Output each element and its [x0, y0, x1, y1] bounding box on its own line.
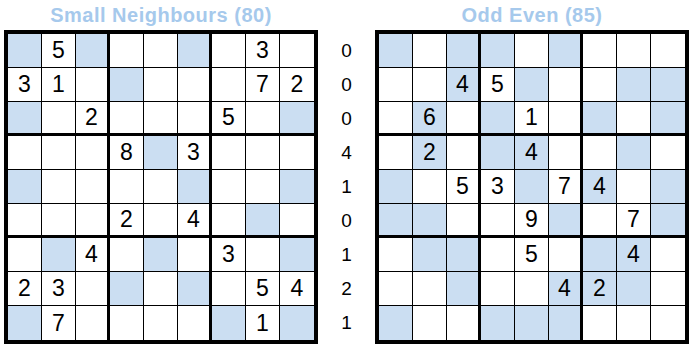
- small-neighbours-cell-r6c8[interactable]: [246, 204, 280, 238]
- odd-even-cell-r9c4[interactable]: [481, 306, 515, 340]
- odd-even-cell-r7c3[interactable]: [447, 238, 481, 272]
- small-neighbours-cell-r2c4[interactable]: [110, 68, 144, 102]
- small-neighbours-cell-r8c1[interactable]: 2: [8, 272, 42, 306]
- odd-even-cell-r4c4[interactable]: [481, 136, 515, 170]
- small-neighbours-cell-r7c6[interactable]: [178, 238, 212, 272]
- small-neighbours-cell-r5c4[interactable]: [110, 170, 144, 204]
- small-neighbours-cell-r3c8[interactable]: [246, 102, 280, 136]
- small-neighbours-cell-r4c4[interactable]: 8: [110, 136, 144, 170]
- odd-even-cell-r8c6[interactable]: 4: [549, 272, 583, 306]
- odd-even-cell-r8c8[interactable]: [617, 272, 651, 306]
- small-neighbours-cell-r2c9[interactable]: 2: [280, 68, 314, 102]
- small-neighbours-cell-r1c8[interactable]: 3: [246, 34, 280, 68]
- odd-even-cell-r5c8[interactable]: [617, 170, 651, 204]
- small-neighbours-cell-r8c7[interactable]: [212, 272, 246, 306]
- small-neighbours-cell-r6c1[interactable]: [8, 204, 42, 238]
- row-clues-column: 000410121: [318, 0, 375, 340]
- odd-even-cell-r2c8[interactable]: [617, 68, 651, 102]
- sudoku-variants-page: Small Neighbours (80) 533172258324432354…: [0, 0, 691, 346]
- small-neighbours-cell-r1c1[interactable]: [8, 34, 42, 68]
- odd-even-cell-r5c7[interactable]: 4: [583, 170, 617, 204]
- odd-even-cell-r4c1[interactable]: [379, 136, 413, 170]
- odd-even-cell-r1c5[interactable]: [515, 34, 549, 68]
- small-neighbours-cell-r2c3[interactable]: [76, 68, 110, 102]
- row-clue-2: 0: [318, 68, 375, 102]
- odd-even-cell-r2c6[interactable]: [549, 68, 583, 102]
- small-neighbours-cell-r7c2[interactable]: [42, 238, 76, 272]
- small-neighbours-cell-r7c3[interactable]: 4: [76, 238, 110, 272]
- odd-even-cell-r6c4[interactable]: [481, 204, 515, 238]
- odd-even-cell-r4c3[interactable]: [447, 136, 481, 170]
- odd-even-cell-r8c7[interactable]: 2: [583, 272, 617, 306]
- odd-even-cell-r9c8[interactable]: [617, 306, 651, 340]
- small-neighbours-cell-r4c7[interactable]: [212, 136, 246, 170]
- small-neighbours-cell-r9c2[interactable]: 7: [42, 306, 76, 340]
- odd-even-cell-r7c8[interactable]: 4: [617, 238, 651, 272]
- odd-even-cell-r1c3[interactable]: [447, 34, 481, 68]
- odd-even-cell-r6c2[interactable]: [413, 204, 447, 238]
- odd-even-cell-r5c6[interactable]: 7: [549, 170, 583, 204]
- small-neighbours-cell-r1c6[interactable]: [178, 34, 212, 68]
- small-neighbours-cell-r7c7[interactable]: 3: [212, 238, 246, 272]
- odd-even-cell-r9c2[interactable]: [413, 306, 447, 340]
- small-neighbours-cell-r5c6[interactable]: [178, 170, 212, 204]
- odd-even-cell-r1c9[interactable]: [651, 34, 685, 68]
- small-neighbours-cell-r6c2[interactable]: [42, 204, 76, 238]
- small-neighbours-cell-r3c5[interactable]: [144, 102, 178, 136]
- odd-even-cell-r3c2[interactable]: 6: [413, 102, 447, 136]
- small-neighbours-cell-r6c9[interactable]: [280, 204, 314, 238]
- odd-even-cell-r7c9[interactable]: [651, 238, 685, 272]
- odd-even-cell-r4c9[interactable]: [651, 136, 685, 170]
- small-neighbours-cell-r5c7[interactable]: [212, 170, 246, 204]
- small-neighbours-cell-r5c9[interactable]: [280, 170, 314, 204]
- odd-even-cell-r4c7[interactable]: [583, 136, 617, 170]
- small-neighbours-cell-r3c6[interactable]: [178, 102, 212, 136]
- odd-even-cell-r4c6[interactable]: [549, 136, 583, 170]
- odd-even-cell-r2c9[interactable]: [651, 68, 685, 102]
- odd-even-cell-r1c8[interactable]: [617, 34, 651, 68]
- odd-even-cell-r9c7[interactable]: [583, 306, 617, 340]
- odd-even-cell-r5c2[interactable]: [413, 170, 447, 204]
- odd-even-cell-r9c6[interactable]: [549, 306, 583, 340]
- small-neighbours-cell-r3c4[interactable]: [110, 102, 144, 136]
- small-neighbours-cell-r8c2[interactable]: 3: [42, 272, 76, 306]
- row-clue-1: 0: [318, 34, 375, 68]
- small-neighbours-cell-r9c7[interactable]: [212, 306, 246, 340]
- odd-even-cell-r5c9[interactable]: [651, 170, 685, 204]
- small-neighbours-cell-r2c7[interactable]: [212, 68, 246, 102]
- odd-even-cell-r4c5[interactable]: 4: [515, 136, 549, 170]
- small-neighbours-cell-r9c5[interactable]: [144, 306, 178, 340]
- small-neighbours-cell-r5c5[interactable]: [144, 170, 178, 204]
- small-neighbours-cell-r4c8[interactable]: [246, 136, 280, 170]
- small-neighbours-cell-r3c2[interactable]: [42, 102, 76, 136]
- odd-even-cell-r6c8[interactable]: 7: [617, 204, 651, 238]
- small-neighbours-cell-r5c8[interactable]: [246, 170, 280, 204]
- small-neighbours-cell-r5c1[interactable]: [8, 170, 42, 204]
- odd-even-cell-r3c3[interactable]: [447, 102, 481, 136]
- small-neighbours-cell-r7c4[interactable]: [110, 238, 144, 272]
- small-neighbours-cell-r4c9[interactable]: [280, 136, 314, 170]
- small-neighbours-cell-r9c3[interactable]: [76, 306, 110, 340]
- odd-even-cell-r5c1[interactable]: [379, 170, 413, 204]
- small-neighbours-cell-r1c9[interactable]: [280, 34, 314, 68]
- small-neighbours-cell-r8c5[interactable]: [144, 272, 178, 306]
- odd-even-cell-r8c9[interactable]: [651, 272, 685, 306]
- small-neighbours-cell-r2c8[interactable]: 7: [246, 68, 280, 102]
- small-neighbours-cell-r2c1[interactable]: 3: [8, 68, 42, 102]
- odd-even-cell-r2c3[interactable]: 4: [447, 68, 481, 102]
- row-clue-6: 0: [318, 204, 375, 238]
- small-neighbours-cell-r7c1[interactable]: [8, 238, 42, 272]
- odd-even-cell-r3c9[interactable]: [651, 102, 685, 136]
- odd-even-cell-r3c5[interactable]: 1: [515, 102, 549, 136]
- odd-even-cell-r1c7[interactable]: [583, 34, 617, 68]
- odd-even-cell-r3c6[interactable]: [549, 102, 583, 136]
- row-clue-4: 4: [318, 136, 375, 170]
- odd-even-cell-r8c5[interactable]: [515, 272, 549, 306]
- sudoku-board-odd-even: 4561245374975442: [375, 30, 689, 344]
- odd-even-cell-r6c5[interactable]: 9: [515, 204, 549, 238]
- small-neighbours-cell-r4c2[interactable]: [42, 136, 76, 170]
- small-neighbours-cell-r1c4[interactable]: [110, 34, 144, 68]
- odd-even-cell-r6c9[interactable]: [651, 204, 685, 238]
- small-neighbours-cell-r6c3[interactable]: [76, 204, 110, 238]
- odd-even-cell-r1c1[interactable]: [379, 34, 413, 68]
- small-neighbours-cell-r4c5[interactable]: [144, 136, 178, 170]
- row-clue-8: 2: [318, 272, 375, 306]
- odd-even-cell-r5c4[interactable]: 3: [481, 170, 515, 204]
- puzzle-odd-even: Odd Even (85) 4561245374975442: [375, 0, 689, 344]
- odd-even-cell-r1c6[interactable]: [549, 34, 583, 68]
- odd-even-cell-r6c1[interactable]: [379, 204, 413, 238]
- sudoku-board-small-neighbours: 53317225832443235471: [4, 30, 318, 344]
- puzzle-title-odd-even: Odd Even (85): [375, 0, 689, 30]
- odd-even-cell-r6c3[interactable]: [447, 204, 481, 238]
- row-clue-7: 1: [318, 238, 375, 272]
- puzzle-small-neighbours: Small Neighbours (80) 533172258324432354…: [4, 0, 318, 344]
- row-clue-5: 1: [318, 170, 375, 204]
- odd-even-cell-r5c3[interactable]: 5: [447, 170, 481, 204]
- small-neighbours-cell-r6c7[interactable]: [212, 204, 246, 238]
- odd-even-cell-r6c6[interactable]: [549, 204, 583, 238]
- small-neighbours-cell-r2c2[interactable]: 1: [42, 68, 76, 102]
- odd-even-cell-r2c7[interactable]: [583, 68, 617, 102]
- row-clue-9: 1: [318, 306, 375, 340]
- small-neighbours-cell-r9c6[interactable]: [178, 306, 212, 340]
- odd-even-cell-r2c4[interactable]: 5: [481, 68, 515, 102]
- small-neighbours-cell-r4c3[interactable]: [76, 136, 110, 170]
- odd-even-cell-r1c4[interactable]: [481, 34, 515, 68]
- odd-even-cell-r7c5[interactable]: 5: [515, 238, 549, 272]
- odd-even-cell-r3c1[interactable]: [379, 102, 413, 136]
- small-neighbours-cell-r3c1[interactable]: [8, 102, 42, 136]
- small-neighbours-cell-r8c6[interactable]: [178, 272, 212, 306]
- odd-even-cell-r5c5[interactable]: [515, 170, 549, 204]
- row-clue-3: 0: [318, 102, 375, 136]
- small-neighbours-cell-r2c5[interactable]: [144, 68, 178, 102]
- odd-even-cell-r9c3[interactable]: [447, 306, 481, 340]
- small-neighbours-cell-r8c9[interactable]: 4: [280, 272, 314, 306]
- small-neighbours-cell-r5c3[interactable]: [76, 170, 110, 204]
- odd-even-cell-r7c1[interactable]: [379, 238, 413, 272]
- small-neighbours-cell-r8c8[interactable]: 5: [246, 272, 280, 306]
- small-neighbours-cell-r9c9[interactable]: [280, 306, 314, 340]
- small-neighbours-cell-r7c8[interactable]: [246, 238, 280, 272]
- small-neighbours-cell-r6c4[interactable]: 2: [110, 204, 144, 238]
- small-neighbours-cell-r3c7[interactable]: 5: [212, 102, 246, 136]
- odd-even-cell-r7c6[interactable]: [549, 238, 583, 272]
- odd-even-cell-r9c5[interactable]: [515, 306, 549, 340]
- small-neighbours-cell-r7c9[interactable]: [280, 238, 314, 272]
- odd-even-cell-r9c1[interactable]: [379, 306, 413, 340]
- small-neighbours-cell-r1c2[interactable]: 5: [42, 34, 76, 68]
- small-neighbours-cell-r9c4[interactable]: [110, 306, 144, 340]
- odd-even-cell-r8c4[interactable]: [481, 272, 515, 306]
- odd-even-cell-r4c8[interactable]: [617, 136, 651, 170]
- small-neighbours-cell-r8c3[interactable]: [76, 272, 110, 306]
- small-neighbours-cell-r4c6[interactable]: 3: [178, 136, 212, 170]
- small-neighbours-cell-r1c5[interactable]: [144, 34, 178, 68]
- small-neighbours-cell-r8c4[interactable]: [110, 272, 144, 306]
- small-neighbours-cell-r7c5[interactable]: [144, 238, 178, 272]
- small-neighbours-cell-r1c3[interactable]: [76, 34, 110, 68]
- small-neighbours-cell-r9c1[interactable]: [8, 306, 42, 340]
- odd-even-cell-r3c8[interactable]: [617, 102, 651, 136]
- small-neighbours-cell-r6c6[interactable]: 4: [178, 204, 212, 238]
- odd-even-cell-r3c7[interactable]: [583, 102, 617, 136]
- small-neighbours-cell-r1c7[interactable]: [212, 34, 246, 68]
- small-neighbours-cell-r3c9[interactable]: [280, 102, 314, 136]
- odd-even-cell-r8c3[interactable]: [447, 272, 481, 306]
- odd-even-cell-r1c2[interactable]: [413, 34, 447, 68]
- small-neighbours-cell-r2c6[interactable]: [178, 68, 212, 102]
- odd-even-cell-r2c1[interactable]: [379, 68, 413, 102]
- odd-even-cell-r7c4[interactable]: [481, 238, 515, 272]
- odd-even-cell-r9c9[interactable]: [651, 306, 685, 340]
- small-neighbours-cell-r3c3[interactable]: 2: [76, 102, 110, 136]
- puzzle-title-small-neighbours: Small Neighbours (80): [4, 0, 318, 30]
- odd-even-cell-r8c1[interactable]: [379, 272, 413, 306]
- odd-even-cell-r2c5[interactable]: [515, 68, 549, 102]
- odd-even-cell-r7c2[interactable]: [413, 238, 447, 272]
- odd-even-cell-r2c2[interactable]: [413, 68, 447, 102]
- small-neighbours-cell-r6c5[interactable]: [144, 204, 178, 238]
- small-neighbours-cell-r9c8[interactable]: 1: [246, 306, 280, 340]
- small-neighbours-cell-r4c1[interactable]: [8, 136, 42, 170]
- odd-even-cell-r3c4[interactable]: [481, 102, 515, 136]
- odd-even-cell-r4c2[interactable]: 2: [413, 136, 447, 170]
- odd-even-cell-r6c7[interactable]: [583, 204, 617, 238]
- odd-even-cell-r7c7[interactable]: [583, 238, 617, 272]
- odd-even-cell-r8c2[interactable]: [413, 272, 447, 306]
- small-neighbours-cell-r5c2[interactable]: [42, 170, 76, 204]
- row-clues-list: 000410121: [318, 34, 375, 340]
